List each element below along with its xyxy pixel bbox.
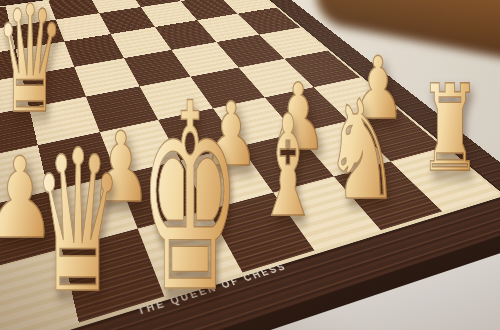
- knight-piece-f1: ♞: [324, 82, 400, 219]
- rook-piece-h1: ♜: [419, 69, 481, 189]
- queen-piece-b1: ♛: [32, 124, 123, 320]
- chess-set-photo: THE QUEEN OF CHESS ♛♟♛♟♚♟♟♝♟♞♜: [0, 0, 500, 330]
- bishop-piece-e1: ♝: [257, 97, 320, 237]
- king-piece-c1: ♚: [139, 70, 241, 328]
